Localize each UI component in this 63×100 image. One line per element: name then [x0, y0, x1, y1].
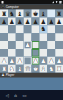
battery-icon — [59, 1, 61, 4]
piece-black-pawn: ♟ — [56, 17, 62, 25]
square-g2[interactable]: ♟ — [47, 57, 55, 65]
square-d6[interactable] — [24, 25, 32, 33]
square-b3[interactable] — [8, 49, 16, 57]
square-g1[interactable]: ♞ — [47, 65, 55, 73]
square-d4[interactable]: ♟ — [24, 41, 32, 49]
piece-black-pawn: ♟ — [9, 17, 15, 25]
piece-black-pawn: ♟ — [33, 17, 39, 25]
square-h8[interactable]: ♜ — [55, 10, 63, 18]
square-e4[interactable] — [32, 41, 40, 49]
square-a6[interactable] — [0, 25, 8, 33]
square-d1[interactable]: ♛ — [24, 65, 32, 73]
piece-black-pawn: ♟ — [17, 17, 23, 25]
piece-white-pawn: ♟ — [9, 57, 15, 65]
square-b8[interactable]: ♞ — [8, 10, 16, 18]
piece-white-pawn: ♟ — [25, 41, 31, 49]
square-h4[interactable] — [55, 41, 63, 49]
square-f7[interactable]: ♟ — [39, 17, 47, 25]
piece-white-bishop: ♝ — [41, 65, 47, 73]
square-a4[interactable] — [0, 41, 8, 49]
square-e6[interactable] — [32, 25, 40, 33]
square-h5[interactable] — [55, 33, 63, 41]
piece-white-pawn: ♟ — [1, 57, 7, 65]
square-b4[interactable] — [8, 41, 16, 49]
square-d7[interactable]: ♟ — [24, 17, 32, 25]
square-e1[interactable]: ♚ — [32, 65, 40, 73]
piece-black-pawn: ♟ — [41, 17, 47, 25]
square-b7[interactable]: ♟ — [8, 17, 16, 25]
square-h7[interactable]: ♟ — [55, 17, 63, 25]
square-c5[interactable] — [16, 33, 24, 41]
piece-black-pawn: ♟ — [25, 17, 31, 25]
piece-white-pawn: ♟ — [17, 57, 23, 65]
status-bar-right — [52, 1, 62, 4]
square-f5[interactable] — [39, 33, 47, 41]
square-f2[interactable]: ♟ — [39, 57, 47, 65]
square-f4[interactable] — [39, 41, 47, 49]
square-g6[interactable] — [47, 25, 55, 33]
square-e8[interactable]: ♚ — [32, 10, 40, 18]
square-a1[interactable]: ♜ — [0, 65, 8, 73]
square-d3[interactable] — [24, 49, 32, 57]
square-a3[interactable] — [0, 49, 8, 57]
piece-black-rook: ♜ — [56, 10, 62, 18]
piece-black-knight: ♞ — [9, 10, 15, 18]
piece-black-queen: ♛ — [25, 10, 31, 18]
square-g7[interactable]: ♟ — [47, 17, 55, 25]
back-icon[interactable]: ◁ — [6, 93, 9, 98]
square-b6[interactable] — [8, 25, 16, 33]
piece-white-knight: ♞ — [48, 65, 54, 73]
recents-icon[interactable]: ▭ — [22, 93, 26, 98]
piece-white-bishop: ♝ — [17, 65, 23, 73]
square-c6[interactable] — [16, 25, 24, 33]
piece-black-bishop: ♝ — [17, 10, 23, 18]
square-g5[interactable] — [47, 33, 55, 41]
square-f8[interactable]: ♝ — [39, 10, 47, 18]
square-c3[interactable] — [16, 49, 24, 57]
piece-black-bishop: ♝ — [41, 10, 47, 18]
square-c7[interactable]: ♟ — [16, 17, 24, 25]
square-b5[interactable] — [8, 33, 16, 41]
square-g4[interactable] — [47, 41, 55, 49]
square-c4[interactable] — [16, 41, 24, 49]
square-d8[interactable]: ♛ — [24, 10, 32, 18]
square-a7[interactable]: ♟ — [0, 17, 8, 25]
square-a5[interactable] — [0, 33, 8, 41]
piece-black-king: ♚ — [33, 10, 39, 18]
home-icon[interactable]: ⌂ — [14, 93, 17, 98]
piece-black-pawn: ♟ — [48, 17, 54, 25]
piece-white-king: ♚ — [33, 65, 39, 73]
square-e3[interactable] — [32, 49, 40, 57]
square-c8[interactable]: ♝ — [16, 10, 24, 18]
square-a2[interactable]: ♟ — [0, 57, 8, 65]
piece-black-knight: ♞ — [41, 25, 47, 33]
piece-white-rook: ♜ — [56, 65, 62, 73]
piece-white-pawn: ♟ — [56, 57, 62, 65]
square-b2[interactable]: ♟ — [8, 57, 16, 65]
square-e7[interactable]: ♟ — [32, 17, 40, 25]
android-nav-bar: ◁⌂▭ — [0, 90, 63, 100]
square-a8[interactable]: ♜ — [0, 10, 8, 18]
notification-icon — [2, 1, 4, 4]
square-c2[interactable]: ♟ — [16, 57, 24, 65]
wifi-icon — [56, 1, 58, 4]
square-b1[interactable]: ♞ — [8, 65, 16, 73]
square-d2[interactable] — [24, 57, 32, 65]
square-c1[interactable]: ♝ — [16, 65, 24, 73]
signal-icon — [52, 1, 54, 4]
square-h6[interactable] — [55, 25, 63, 33]
app-background — [0, 78, 63, 91]
square-d5[interactable] — [24, 33, 32, 41]
square-g8[interactable] — [47, 10, 55, 18]
square-h3[interactable] — [55, 49, 63, 57]
status-bar-left — [2, 1, 4, 4]
piece-white-pawn: ♟ — [33, 57, 39, 65]
piece-white-knight: ♞ — [9, 65, 15, 73]
piece-black-rook: ♜ — [1, 10, 7, 18]
piece-black-pawn: ♟ — [1, 17, 7, 25]
piece-white-rook: ♜ — [1, 65, 7, 73]
square-f6[interactable]: ♞ — [39, 25, 47, 33]
square-f3[interactable] — [39, 49, 47, 57]
square-h1[interactable]: ♜ — [55, 65, 63, 73]
chess-board: ♜♞♝♛♚♝♜♟♟♟♟♟♟♟♟♞♟♟♟♟♟♟♟♟♜♞♝♛♚♝♞♜ — [0, 10, 63, 73]
app-screen: ♟ Computer ♜♞♝♛♚♝♜♟♟♟♟♟♟♟♟♞♟♟♟♟♟♟♟♟♜♞♝♛♚… — [0, 0, 63, 100]
piece-white-pawn: ♟ — [41, 57, 47, 65]
square-e5[interactable] — [32, 33, 40, 41]
square-h2[interactable]: ♟ — [55, 57, 63, 65]
square-g3[interactable] — [47, 49, 55, 57]
square-f1[interactable]: ♝ — [39, 65, 47, 73]
piece-white-queen: ♛ — [25, 65, 31, 73]
piece-white-pawn: ♟ — [48, 57, 54, 65]
square-e2[interactable]: ♟ — [32, 57, 40, 65]
